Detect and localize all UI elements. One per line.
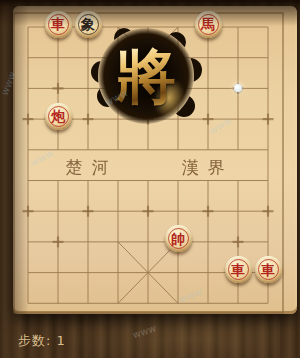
piece-red-horse-g1[interactable]: 馬 bbox=[195, 11, 222, 38]
app-window: 楚河 漢界 車象馬炮帥車車 將 步数:1 www www www www www… bbox=[0, 0, 300, 358]
piece-red-chariot-b1[interactable]: 車 bbox=[45, 11, 72, 38]
move-counter: 步数:1 bbox=[18, 332, 66, 350]
piece-red-chariot-i9[interactable]: 車 bbox=[255, 256, 282, 283]
piece-red-chariot-h9[interactable]: 車 bbox=[225, 256, 252, 283]
move-counter-value: 1 bbox=[56, 333, 65, 348]
piece-black-elephant-c1[interactable]: 象 bbox=[75, 11, 102, 38]
piece-red-cannon-b4[interactable]: 炮 bbox=[45, 103, 72, 130]
piece-glyph: 車 bbox=[225, 256, 252, 283]
river-label-han-jie: 漢界 bbox=[170, 156, 236, 179]
river-label-chu-he: 楚河 bbox=[54, 156, 120, 179]
piece-glyph: 炮 bbox=[45, 103, 72, 130]
watermark: www bbox=[131, 322, 158, 340]
piece-glyph: 車 bbox=[255, 256, 282, 283]
piece-glyph: 車 bbox=[45, 11, 72, 38]
move-counter-label: 步数: bbox=[18, 333, 51, 348]
piece-glyph: 帥 bbox=[165, 225, 192, 252]
piece-glyph: 象 bbox=[75, 11, 102, 38]
wood-frame-highlight bbox=[60, 308, 280, 358]
piece-glyph: 馬 bbox=[195, 11, 222, 38]
piece-red-general-f8[interactable]: 帥 bbox=[165, 225, 192, 252]
